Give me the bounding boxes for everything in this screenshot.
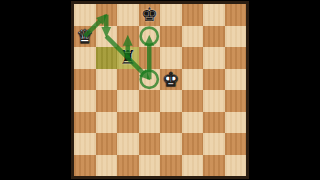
square-h3[interactable] [225,112,247,134]
square-e7[interactable] [160,26,182,48]
square-h7[interactable] [225,26,247,48]
square-f1[interactable] [182,155,204,177]
square-e4[interactable] [160,90,182,112]
square-b8[interactable] [96,4,118,26]
square-g3[interactable] [203,112,225,134]
square-d7[interactable] [139,26,161,48]
square-d1[interactable] [139,155,161,177]
square-f3[interactable] [182,112,204,134]
square-h4[interactable] [225,90,247,112]
square-g5[interactable] [203,69,225,91]
square-g8[interactable] [203,4,225,26]
square-a6[interactable] [74,47,96,69]
square-g4[interactable] [203,90,225,112]
square-e6[interactable] [160,47,182,69]
square-b4[interactable] [96,90,118,112]
square-a3[interactable] [74,112,96,134]
square-b1[interactable] [96,155,118,177]
square-h1[interactable] [225,155,247,177]
square-d5[interactable] [139,69,161,91]
square-b6[interactable] [96,47,118,69]
square-h2[interactable] [225,133,247,155]
square-d3[interactable] [139,112,161,134]
black-king-d8[interactable]: ♚ [139,4,161,26]
square-b3[interactable] [96,112,118,134]
square-f4[interactable] [182,90,204,112]
square-f2[interactable] [182,133,204,155]
white-king-e5[interactable]: ♚ [160,69,182,91]
square-g1[interactable] [203,155,225,177]
white-queen-a7[interactable]: ♛ [74,26,96,48]
square-f6[interactable] [182,47,204,69]
black-rook-c6[interactable]: ♜ [117,47,139,69]
square-h6[interactable] [225,47,247,69]
square-d4[interactable] [139,90,161,112]
square-g2[interactable] [203,133,225,155]
square-a4[interactable] [74,90,96,112]
square-f8[interactable] [182,4,204,26]
square-c1[interactable] [117,155,139,177]
square-d2[interactable] [139,133,161,155]
square-h5[interactable] [225,69,247,91]
square-c3[interactable] [117,112,139,134]
square-c4[interactable] [117,90,139,112]
square-f7[interactable] [182,26,204,48]
square-g7[interactable] [203,26,225,48]
chess-board[interactable]: ♚♛♜♚ [74,4,246,176]
square-e2[interactable] [160,133,182,155]
square-c5[interactable] [117,69,139,91]
square-b7[interactable] [96,26,118,48]
square-e3[interactable] [160,112,182,134]
chess-board-frame: ♚♛♜♚ [71,1,249,179]
square-c7[interactable] [117,26,139,48]
square-h8[interactable] [225,4,247,26]
square-c8[interactable] [117,4,139,26]
square-a2[interactable] [74,133,96,155]
square-b5[interactable] [96,69,118,91]
square-e1[interactable] [160,155,182,177]
square-b2[interactable] [96,133,118,155]
square-g6[interactable] [203,47,225,69]
square-a1[interactable] [74,155,96,177]
square-c2[interactable] [117,133,139,155]
video-letterbox-stage: ♚♛♜♚ [0,0,320,180]
square-a5[interactable] [74,69,96,91]
square-e8[interactable] [160,4,182,26]
square-d6[interactable] [139,47,161,69]
square-a8[interactable] [74,4,96,26]
square-f5[interactable] [182,69,204,91]
